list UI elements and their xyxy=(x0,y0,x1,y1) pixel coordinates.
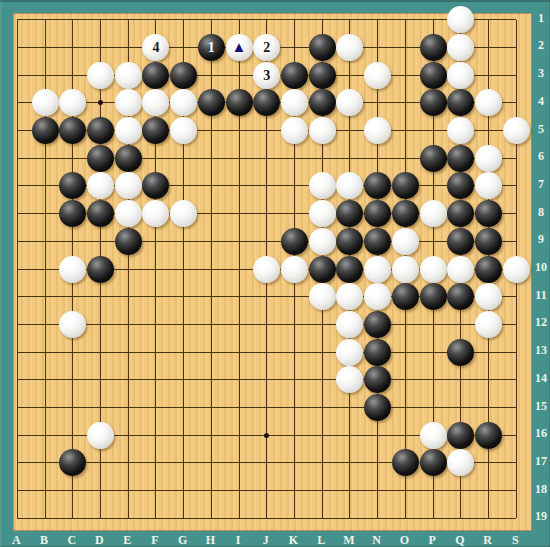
stone-black xyxy=(447,283,474,310)
stone-white xyxy=(364,117,391,144)
stone-white xyxy=(475,283,502,310)
stone-white xyxy=(281,117,308,144)
column-label: I xyxy=(229,533,247,547)
row-label: 19 xyxy=(533,509,549,524)
stone-white xyxy=(392,228,419,255)
stone-white xyxy=(503,117,530,144)
grid-line-horizontal xyxy=(17,490,516,491)
row-label: 7 xyxy=(533,177,549,192)
grid-line-horizontal xyxy=(17,324,516,325)
row-label: 10 xyxy=(533,260,549,275)
stone-white xyxy=(170,89,197,116)
stone-white xyxy=(309,200,336,227)
stone-black xyxy=(447,172,474,199)
move-number-label: 1 xyxy=(198,34,225,61)
column-label: L xyxy=(312,533,330,547)
stone-white xyxy=(420,256,447,283)
stone-white xyxy=(115,172,142,199)
stone-white xyxy=(447,256,474,283)
stone-black xyxy=(253,89,280,116)
column-label: R xyxy=(479,533,497,547)
stone-white xyxy=(475,311,502,338)
column-label: S xyxy=(506,533,524,547)
stone-black xyxy=(364,311,391,338)
stone-white xyxy=(475,145,502,172)
stone-black xyxy=(170,62,197,89)
stone-black xyxy=(198,89,225,116)
stone-white: 3 xyxy=(253,62,280,89)
stone-white xyxy=(447,34,474,61)
stone-black xyxy=(281,62,308,89)
stone-white xyxy=(447,6,474,33)
stone-black xyxy=(87,256,114,283)
row-label: 15 xyxy=(533,399,549,414)
stone-black xyxy=(364,394,391,421)
stone-black xyxy=(447,228,474,255)
stone-white xyxy=(281,89,308,116)
board-frame: 41▲23 ABCDEFGHIJKLMNOPQRS 12345678910111… xyxy=(0,0,550,547)
stone-white xyxy=(87,172,114,199)
stone-black xyxy=(142,62,169,89)
stone-black xyxy=(420,449,447,476)
stone-white xyxy=(309,283,336,310)
stone-black xyxy=(336,256,363,283)
stone-white xyxy=(87,62,114,89)
stone-white xyxy=(59,89,86,116)
stone-black: 1 xyxy=(198,34,225,61)
stone-white xyxy=(32,89,59,116)
star-point xyxy=(98,100,103,105)
stone-white xyxy=(503,256,530,283)
column-label: J xyxy=(257,533,275,547)
row-label: 2 xyxy=(533,38,549,53)
stone-black xyxy=(309,62,336,89)
stone-black xyxy=(364,228,391,255)
stone-black xyxy=(475,256,502,283)
stone-white xyxy=(115,89,142,116)
grid-line-horizontal xyxy=(17,379,516,380)
stone-black xyxy=(115,228,142,255)
column-label: E xyxy=(118,533,136,547)
row-label: 8 xyxy=(533,205,549,220)
stone-white xyxy=(87,422,114,449)
row-label: 5 xyxy=(533,122,549,137)
stone-white: ▲ xyxy=(226,34,253,61)
stone-black xyxy=(420,62,447,89)
stone-white xyxy=(364,256,391,283)
grid-line-horizontal xyxy=(17,407,516,408)
move-number-label: 4 xyxy=(142,34,169,61)
stone-black xyxy=(392,200,419,227)
column-label: B xyxy=(35,533,53,547)
stone-white xyxy=(309,228,336,255)
column-label: H xyxy=(201,533,219,547)
stone-black xyxy=(142,117,169,144)
row-label: 18 xyxy=(533,482,549,497)
stone-white xyxy=(336,283,363,310)
row-label: 16 xyxy=(533,426,549,441)
stone-black xyxy=(309,34,336,61)
column-label: D xyxy=(90,533,108,547)
row-label: 11 xyxy=(533,288,549,303)
stone-white xyxy=(447,62,474,89)
stone-white xyxy=(115,117,142,144)
stone-white: 4 xyxy=(142,34,169,61)
stone-white xyxy=(142,89,169,116)
stone-white xyxy=(336,366,363,393)
stone-black xyxy=(226,89,253,116)
stone-white xyxy=(253,256,280,283)
stone-black xyxy=(59,449,86,476)
stone-white xyxy=(115,62,142,89)
stone-black xyxy=(309,89,336,116)
grid-line-horizontal xyxy=(17,352,516,353)
stone-black xyxy=(309,256,336,283)
stone-black xyxy=(447,339,474,366)
stone-black xyxy=(447,89,474,116)
stone-black xyxy=(336,200,363,227)
move-number-label: 3 xyxy=(253,62,280,89)
stone-white xyxy=(115,200,142,227)
stone-white xyxy=(281,256,308,283)
stone-black xyxy=(447,145,474,172)
stone-white xyxy=(447,117,474,144)
stone-black xyxy=(475,200,502,227)
stone-white xyxy=(475,89,502,116)
column-label: G xyxy=(174,533,192,547)
stone-black xyxy=(392,449,419,476)
stone-black xyxy=(420,34,447,61)
row-label: 3 xyxy=(533,66,549,81)
stone-white xyxy=(447,449,474,476)
stone-white xyxy=(170,200,197,227)
stone-white xyxy=(336,34,363,61)
stone-black xyxy=(392,172,419,199)
row-label: 12 xyxy=(533,315,549,330)
stone-white xyxy=(364,62,391,89)
column-label: A xyxy=(7,533,25,547)
column-label: K xyxy=(285,533,303,547)
stone-black xyxy=(475,422,502,449)
stone-black xyxy=(115,145,142,172)
stone-black xyxy=(87,145,114,172)
stone-black xyxy=(59,200,86,227)
stone-black xyxy=(420,283,447,310)
stone-black xyxy=(281,228,308,255)
stone-black xyxy=(364,339,391,366)
stone-white xyxy=(336,172,363,199)
stone-black xyxy=(142,172,169,199)
stone-white xyxy=(420,200,447,227)
stone-black xyxy=(447,200,474,227)
column-label: P xyxy=(423,533,441,547)
column-label: M xyxy=(340,533,358,547)
column-label: Q xyxy=(451,533,469,547)
column-label: N xyxy=(368,533,386,547)
row-label: 6 xyxy=(533,149,549,164)
stone-white xyxy=(309,117,336,144)
stone-black xyxy=(475,228,502,255)
stone-white xyxy=(59,256,86,283)
stone-white xyxy=(59,311,86,338)
stone-black xyxy=(392,283,419,310)
stone-black xyxy=(336,228,363,255)
column-label: O xyxy=(395,533,413,547)
go-board[interactable]: 41▲23 xyxy=(13,13,532,531)
stone-white xyxy=(364,283,391,310)
stone-white: 2 xyxy=(253,34,280,61)
row-label: 4 xyxy=(533,94,549,109)
star-point xyxy=(264,433,269,438)
stone-black xyxy=(420,89,447,116)
stone-black xyxy=(59,117,86,144)
stone-white xyxy=(142,200,169,227)
stone-black xyxy=(32,117,59,144)
stone-white xyxy=(336,89,363,116)
stone-white xyxy=(420,422,447,449)
stone-white xyxy=(336,339,363,366)
move-number-label: 2 xyxy=(253,34,280,61)
stone-black xyxy=(364,366,391,393)
column-label: C xyxy=(63,533,81,547)
stone-white xyxy=(392,256,419,283)
column-label: F xyxy=(146,533,164,547)
stone-black xyxy=(364,172,391,199)
stone-white xyxy=(336,311,363,338)
stone-white xyxy=(309,172,336,199)
stone-white xyxy=(170,117,197,144)
row-label: 1 xyxy=(533,11,549,26)
stone-black xyxy=(59,172,86,199)
row-label: 14 xyxy=(533,371,549,386)
triangle-mark-icon: ▲ xyxy=(226,34,253,61)
row-label: 9 xyxy=(533,232,549,247)
stone-white xyxy=(475,172,502,199)
stone-black xyxy=(87,117,114,144)
stone-black xyxy=(364,200,391,227)
grid-line-horizontal xyxy=(17,518,516,519)
row-label: 13 xyxy=(533,343,549,358)
row-label: 17 xyxy=(533,454,549,469)
stone-black xyxy=(447,422,474,449)
stone-black xyxy=(420,145,447,172)
stone-black xyxy=(87,200,114,227)
